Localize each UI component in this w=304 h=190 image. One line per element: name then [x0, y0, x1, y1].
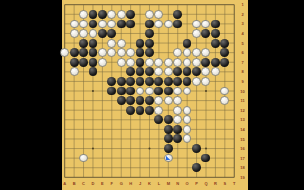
empty-intersection-Q18[interactable]: [201, 163, 210, 173]
empty-intersection-G18[interactable]: [116, 163, 125, 173]
empty-intersection-C10[interactable]: [79, 86, 88, 96]
empty-intersection-J14[interactable]: [135, 125, 144, 135]
empty-intersection-H16[interactable]: [126, 144, 135, 154]
intersection-O15[interactable]: [182, 134, 191, 144]
empty-intersection-O18[interactable]: [182, 163, 191, 173]
empty-intersection-J16[interactable]: [135, 144, 144, 154]
empty-intersection-S4[interactable]: [220, 29, 229, 39]
empty-intersection-D12[interactable]: [88, 105, 97, 115]
empty-intersection-E11[interactable]: [98, 96, 107, 106]
empty-intersection-G1[interactable]: [116, 0, 125, 10]
intersection-N12[interactable]: [173, 105, 182, 115]
intersection-J10[interactable]: [135, 86, 144, 96]
empty-intersection-A2[interactable]: [60, 10, 69, 20]
empty-intersection-L6[interactable]: [154, 48, 163, 58]
intersection-O10[interactable]: [182, 86, 191, 96]
intersection-K4[interactable]: [145, 29, 154, 39]
intersection-P3[interactable]: [192, 19, 201, 29]
empty-intersection-C13[interactable]: [79, 115, 88, 125]
empty-intersection-C9[interactable]: [79, 77, 88, 87]
intersection-E7[interactable]: [98, 57, 107, 67]
empty-intersection-P13[interactable]: [192, 115, 201, 125]
intersection-M3[interactable]: [163, 19, 172, 29]
empty-intersection-R6[interactable]: [211, 48, 220, 58]
empty-intersection-E12[interactable]: [98, 105, 107, 115]
empty-intersection-Q12[interactable]: [201, 105, 210, 115]
intersection-C17[interactable]: [79, 153, 88, 163]
empty-intersection-Q14[interactable]: [201, 125, 210, 135]
empty-intersection-D17[interactable]: [88, 153, 97, 163]
intersection-M13[interactable]: [163, 115, 172, 125]
intersection-O12[interactable]: [182, 105, 191, 115]
intersection-Q3[interactable]: [201, 19, 210, 29]
intersection-C3[interactable]: [79, 19, 88, 29]
empty-intersection-F12[interactable]: [107, 105, 116, 115]
empty-intersection-N18[interactable]: [173, 163, 182, 173]
empty-intersection-O3[interactable]: [182, 19, 191, 29]
empty-intersection-G8[interactable]: [116, 67, 125, 77]
empty-intersection-A14[interactable]: [60, 125, 69, 135]
intersection-S6[interactable]: [220, 48, 229, 58]
empty-intersection-C16[interactable]: [79, 144, 88, 154]
empty-intersection-F13[interactable]: [107, 115, 116, 125]
empty-intersection-D15[interactable]: [88, 134, 97, 144]
empty-intersection-S12[interactable]: [220, 105, 229, 115]
empty-intersection-A1[interactable]: [60, 0, 69, 10]
empty-intersection-H1[interactable]: [126, 0, 135, 10]
empty-intersection-D13[interactable]: [88, 115, 97, 125]
intersection-M8[interactable]: [163, 67, 172, 77]
empty-intersection-A18[interactable]: [60, 163, 69, 173]
intersection-B4[interactable]: [69, 29, 78, 39]
empty-intersection-J13[interactable]: [135, 115, 144, 125]
intersection-L11[interactable]: [154, 96, 163, 106]
empty-intersection-C8[interactable]: [79, 67, 88, 77]
intersection-E4[interactable]: [98, 29, 107, 39]
empty-intersection-A11[interactable]: [60, 96, 69, 106]
intersection-F5[interactable]: [107, 38, 116, 48]
empty-intersection-P10[interactable]: [192, 86, 201, 96]
empty-intersection-B10[interactable]: [69, 86, 78, 96]
empty-intersection-R13[interactable]: [211, 115, 220, 125]
empty-intersection-J18[interactable]: [135, 163, 144, 173]
intersection-M14[interactable]: [163, 125, 172, 135]
empty-intersection-S15[interactable]: [220, 134, 229, 144]
empty-intersection-S14[interactable]: [220, 125, 229, 135]
empty-intersection-F11[interactable]: [107, 96, 116, 106]
empty-intersection-H5[interactable]: [126, 38, 135, 48]
empty-intersection-K1[interactable]: [145, 0, 154, 10]
empty-intersection-R11[interactable]: [211, 96, 220, 106]
intersection-Q17[interactable]: [201, 153, 210, 163]
empty-intersection-E14[interactable]: [98, 125, 107, 135]
empty-intersection-F18[interactable]: [107, 163, 116, 173]
intersection-N11[interactable]: [173, 96, 182, 106]
empty-intersection-M18[interactable]: [163, 163, 172, 173]
intersection-R8[interactable]: [211, 67, 220, 77]
empty-intersection-O1[interactable]: [182, 0, 191, 10]
intersection-K12[interactable]: [145, 105, 154, 115]
empty-intersection-K16[interactable]: [145, 144, 154, 154]
intersection-H6[interactable]: [126, 48, 135, 58]
intersection-K8[interactable]: [145, 67, 154, 77]
empty-intersection-M1[interactable]: [163, 0, 172, 10]
empty-intersection-J15[interactable]: [135, 134, 144, 144]
empty-intersection-K13[interactable]: [145, 115, 154, 125]
intersection-B7[interactable]: [69, 57, 78, 67]
empty-intersection-S13[interactable]: [220, 115, 229, 125]
intersection-O6[interactable]: [182, 48, 191, 58]
empty-intersection-G14[interactable]: [116, 125, 125, 135]
empty-intersection-S3[interactable]: [220, 19, 229, 29]
intersection-S5[interactable]: [220, 38, 229, 48]
empty-intersection-B16[interactable]: [69, 144, 78, 154]
intersection-M10[interactable]: [163, 86, 172, 96]
empty-intersection-R18[interactable]: [211, 163, 220, 173]
empty-intersection-A3[interactable]: [60, 19, 69, 29]
intersection-K10[interactable]: [145, 86, 154, 96]
empty-intersection-H14[interactable]: [126, 125, 135, 135]
intersection-K3[interactable]: [145, 19, 154, 29]
intersection-D6[interactable]: [88, 48, 97, 58]
intersection-C7[interactable]: [79, 57, 88, 67]
empty-intersection-L18[interactable]: [154, 163, 163, 173]
empty-intersection-B12[interactable]: [69, 105, 78, 115]
empty-intersection-H15[interactable]: [126, 134, 135, 144]
intersection-F3[interactable]: [107, 19, 116, 29]
intersection-R3[interactable]: [211, 19, 220, 29]
empty-intersection-G4[interactable]: [116, 29, 125, 39]
intersection-R5[interactable]: [211, 38, 220, 48]
empty-intersection-F17[interactable]: [107, 153, 116, 163]
empty-intersection-E8[interactable]: [98, 67, 107, 77]
intersection-N15[interactable]: [173, 134, 182, 144]
empty-intersection-B15[interactable]: [69, 134, 78, 144]
empty-intersection-E5[interactable]: [98, 38, 107, 48]
intersection-K5[interactable]: [145, 38, 154, 48]
empty-intersection-M4[interactable]: [163, 29, 172, 39]
intersection-H9[interactable]: [126, 77, 135, 87]
empty-intersection-H17[interactable]: [126, 153, 135, 163]
intersection-G9[interactable]: [116, 77, 125, 87]
intersection-L3[interactable]: [154, 19, 163, 29]
empty-intersection-J1[interactable]: [135, 0, 144, 10]
intersection-K6[interactable]: [145, 48, 154, 58]
intersection-H3[interactable]: [126, 19, 135, 29]
empty-intersection-F15[interactable]: [107, 134, 116, 144]
empty-intersection-B14[interactable]: [69, 125, 78, 135]
empty-intersection-Q1[interactable]: [201, 0, 210, 10]
empty-intersection-S16[interactable]: [220, 144, 229, 154]
empty-intersection-R17[interactable]: [211, 153, 220, 163]
empty-intersection-G17[interactable]: [116, 153, 125, 163]
intersection-N7[interactable]: [173, 57, 182, 67]
intersection-L12[interactable]: [154, 105, 163, 115]
intersection-O9[interactable]: [182, 77, 191, 87]
intersection-A6[interactable]: [60, 48, 69, 58]
empty-intersection-C15[interactable]: [79, 134, 88, 144]
empty-intersection-N16[interactable]: [173, 144, 182, 154]
empty-intersection-F7[interactable]: [107, 57, 116, 67]
empty-intersection-C18[interactable]: [79, 163, 88, 173]
empty-intersection-A8[interactable]: [60, 67, 69, 77]
intersection-F9[interactable]: [107, 77, 116, 87]
empty-intersection-L1[interactable]: [154, 0, 163, 10]
intersection-J6[interactable]: [135, 48, 144, 58]
intersection-L2[interactable]: [154, 10, 163, 20]
intersection-G6[interactable]: [116, 48, 125, 58]
intersection-L10[interactable]: [154, 86, 163, 96]
empty-intersection-P14[interactable]: [192, 125, 201, 135]
empty-intersection-R9[interactable]: [211, 77, 220, 87]
intersection-Q9[interactable]: [201, 77, 210, 87]
empty-intersection-C12[interactable]: [79, 105, 88, 115]
empty-intersection-K18[interactable]: [145, 163, 154, 173]
intersection-M16[interactable]: [163, 144, 172, 154]
empty-intersection-P2[interactable]: [192, 10, 201, 20]
empty-intersection-Q5[interactable]: [201, 38, 210, 48]
intersection-S7[interactable]: [220, 57, 229, 67]
intersection-S11[interactable]: [220, 96, 229, 106]
empty-intersection-Q11[interactable]: [201, 96, 210, 106]
empty-intersection-M6[interactable]: [163, 48, 172, 58]
intersection-K2[interactable]: [145, 10, 154, 20]
intersection-F4[interactable]: [107, 29, 116, 39]
intersection-Q4[interactable]: [201, 29, 210, 39]
empty-intersection-A13[interactable]: [60, 115, 69, 125]
intersection-H10[interactable]: [126, 86, 135, 96]
intersection-E2[interactable]: [98, 10, 107, 20]
empty-intersection-P12[interactable]: [192, 105, 201, 115]
empty-intersection-O17[interactable]: [182, 153, 191, 163]
intersection-C5[interactable]: [79, 38, 88, 48]
empty-intersection-S1[interactable]: [220, 0, 229, 10]
intersection-J12[interactable]: [135, 105, 144, 115]
empty-intersection-D9[interactable]: [88, 77, 97, 87]
empty-intersection-G15[interactable]: [116, 134, 125, 144]
empty-intersection-A12[interactable]: [60, 105, 69, 115]
empty-intersection-P5[interactable]: [192, 38, 201, 48]
empty-intersection-C14[interactable]: [79, 125, 88, 135]
empty-intersection-J17[interactable]: [135, 153, 144, 163]
empty-intersection-R1[interactable]: [211, 0, 220, 10]
intersection-C6[interactable]: [79, 48, 88, 58]
empty-intersection-N5[interactable]: [173, 38, 182, 48]
empty-intersection-E17[interactable]: [98, 153, 107, 163]
empty-intersection-K17[interactable]: [145, 153, 154, 163]
intersection-M17[interactable]: [163, 153, 172, 163]
empty-intersection-G13[interactable]: [116, 115, 125, 125]
intersection-R4[interactable]: [211, 29, 220, 39]
empty-intersection-E13[interactable]: [98, 115, 107, 125]
intersection-L8[interactable]: [154, 67, 163, 77]
empty-intersection-B9[interactable]: [69, 77, 78, 87]
empty-intersection-L4[interactable]: [154, 29, 163, 39]
intersection-S10[interactable]: [220, 86, 229, 96]
empty-intersection-E10[interactable]: [98, 86, 107, 96]
intersection-B3[interactable]: [69, 19, 78, 29]
intersection-G2[interactable]: [116, 10, 125, 20]
intersection-O13[interactable]: [182, 115, 191, 125]
empty-intersection-G16[interactable]: [116, 144, 125, 154]
empty-intersection-D1[interactable]: [88, 0, 97, 10]
intersection-P16[interactable]: [192, 144, 201, 154]
intersection-H8[interactable]: [126, 67, 135, 77]
intersection-J7[interactable]: [135, 57, 144, 67]
intersection-N13[interactable]: [173, 115, 182, 125]
intersection-Q7[interactable]: [201, 57, 210, 67]
intersection-O8[interactable]: [182, 67, 191, 77]
intersection-N3[interactable]: [173, 19, 182, 29]
empty-intersection-L15[interactable]: [154, 134, 163, 144]
intersection-F6[interactable]: [107, 48, 116, 58]
intersection-J5[interactable]: [135, 38, 144, 48]
intersection-D4[interactable]: [88, 29, 97, 39]
intersection-H2[interactable]: [126, 10, 135, 20]
empty-intersection-S8[interactable]: [220, 67, 229, 77]
empty-intersection-P1[interactable]: [192, 0, 201, 10]
empty-intersection-O16[interactable]: [182, 144, 191, 154]
intersection-K11[interactable]: [145, 96, 154, 106]
empty-intersection-J3[interactable]: [135, 19, 144, 29]
empty-intersection-M12[interactable]: [163, 105, 172, 115]
empty-intersection-G12[interactable]: [116, 105, 125, 115]
intersection-P18[interactable]: [192, 163, 201, 173]
empty-intersection-S9[interactable]: [220, 77, 229, 87]
intersection-K7[interactable]: [145, 57, 154, 67]
empty-intersection-R2[interactable]: [211, 10, 220, 20]
intersection-P6[interactable]: [192, 48, 201, 58]
intersection-F2[interactable]: [107, 10, 116, 20]
intersection-N9[interactable]: [173, 77, 182, 87]
empty-intersection-A10[interactable]: [60, 86, 69, 96]
empty-intersection-B1[interactable]: [69, 0, 78, 10]
empty-intersection-S2[interactable]: [220, 10, 229, 20]
intersection-J11[interactable]: [135, 96, 144, 106]
intersection-G10[interactable]: [116, 86, 125, 96]
empty-intersection-D14[interactable]: [88, 125, 97, 135]
intersection-N6[interactable]: [173, 48, 182, 58]
intersection-L9[interactable]: [154, 77, 163, 87]
empty-intersection-O11[interactable]: [182, 96, 191, 106]
empty-intersection-O4[interactable]: [182, 29, 191, 39]
empty-intersection-N4[interactable]: [173, 29, 182, 39]
intersection-O7[interactable]: [182, 57, 191, 67]
intersection-D7[interactable]: [88, 57, 97, 67]
intersection-P9[interactable]: [192, 77, 201, 87]
empty-intersection-R14[interactable]: [211, 125, 220, 135]
intersection-N10[interactable]: [173, 86, 182, 96]
empty-intersection-A4[interactable]: [60, 29, 69, 39]
intersection-L7[interactable]: [154, 57, 163, 67]
intersection-E6[interactable]: [98, 48, 107, 58]
empty-intersection-A17[interactable]: [60, 153, 69, 163]
intersection-D3[interactable]: [88, 19, 97, 29]
empty-intersection-E18[interactable]: [98, 163, 107, 173]
empty-intersection-P15[interactable]: [192, 134, 201, 144]
empty-intersection-E15[interactable]: [98, 134, 107, 144]
empty-intersection-F1[interactable]: [107, 0, 116, 10]
empty-intersection-A7[interactable]: [60, 57, 69, 67]
intersection-N8[interactable]: [173, 67, 182, 77]
intersection-M9[interactable]: [163, 77, 172, 87]
empty-intersection-K15[interactable]: [145, 134, 154, 144]
intersection-P4[interactable]: [192, 29, 201, 39]
intersection-P7[interactable]: [192, 57, 201, 67]
intersection-D5[interactable]: [88, 38, 97, 48]
intersection-P8[interactable]: [192, 67, 201, 77]
empty-intersection-D11[interactable]: [88, 96, 97, 106]
empty-intersection-D16[interactable]: [88, 144, 97, 154]
intersection-J9[interactable]: [135, 77, 144, 87]
empty-intersection-Q2[interactable]: [201, 10, 210, 20]
empty-intersection-Q10[interactable]: [201, 86, 210, 96]
empty-intersection-B11[interactable]: [69, 96, 78, 106]
intersection-M15[interactable]: [163, 134, 172, 144]
intersection-B6[interactable]: [69, 48, 78, 58]
empty-intersection-K14[interactable]: [145, 125, 154, 135]
empty-intersection-Q13[interactable]: [201, 115, 210, 125]
empty-intersection-A16[interactable]: [60, 144, 69, 154]
empty-intersection-N1[interactable]: [173, 0, 182, 10]
empty-intersection-Q16[interactable]: [201, 144, 210, 154]
intersection-G3[interactable]: [116, 19, 125, 29]
empty-intersection-B2[interactable]: [69, 10, 78, 20]
intersection-O5[interactable]: [182, 38, 191, 48]
empty-intersection-B17[interactable]: [69, 153, 78, 163]
empty-intersection-L16[interactable]: [154, 144, 163, 154]
empty-intersection-F16[interactable]: [107, 144, 116, 154]
empty-intersection-C11[interactable]: [79, 96, 88, 106]
empty-intersection-L14[interactable]: [154, 125, 163, 135]
intersection-H11[interactable]: [126, 96, 135, 106]
intersection-R7[interactable]: [211, 57, 220, 67]
empty-intersection-O2[interactable]: [182, 10, 191, 20]
intersection-G5[interactable]: [116, 38, 125, 48]
intersection-N14[interactable]: [173, 125, 182, 135]
empty-intersection-B18[interactable]: [69, 163, 78, 173]
empty-intersection-L5[interactable]: [154, 38, 163, 48]
empty-intersection-J4[interactable]: [135, 29, 144, 39]
empty-intersection-L17[interactable]: [154, 153, 163, 163]
intersection-Q6[interactable]: [201, 48, 210, 58]
empty-intersection-S17[interactable]: [220, 153, 229, 163]
empty-intersection-J2[interactable]: [135, 10, 144, 20]
intersection-H12[interactable]: [126, 105, 135, 115]
empty-intersection-P17[interactable]: [192, 153, 201, 163]
intersection-G11[interactable]: [116, 96, 125, 106]
intersection-M7[interactable]: [163, 57, 172, 67]
empty-intersection-D18[interactable]: [88, 163, 97, 173]
intersection-C2[interactable]: [79, 10, 88, 20]
intersection-D2[interactable]: [88, 10, 97, 20]
intersection-N2[interactable]: [173, 10, 182, 20]
empty-intersection-C1[interactable]: [79, 0, 88, 10]
intersection-K9[interactable]: [145, 77, 154, 87]
empty-intersection-B13[interactable]: [69, 115, 78, 125]
intersection-O14[interactable]: [182, 125, 191, 135]
empty-intersection-B5[interactable]: [69, 38, 78, 48]
empty-intersection-N17[interactable]: [173, 153, 182, 163]
empty-intersection-P11[interactable]: [192, 96, 201, 106]
intersection-G7[interactable]: [116, 57, 125, 67]
empty-intersection-R15[interactable]: [211, 134, 220, 144]
empty-intersection-S18[interactable]: [220, 163, 229, 173]
intersection-E3[interactable]: [98, 19, 107, 29]
intersection-Q8[interactable]: [201, 67, 210, 77]
empty-intersection-A9[interactable]: [60, 77, 69, 87]
empty-intersection-H18[interactable]: [126, 163, 135, 173]
